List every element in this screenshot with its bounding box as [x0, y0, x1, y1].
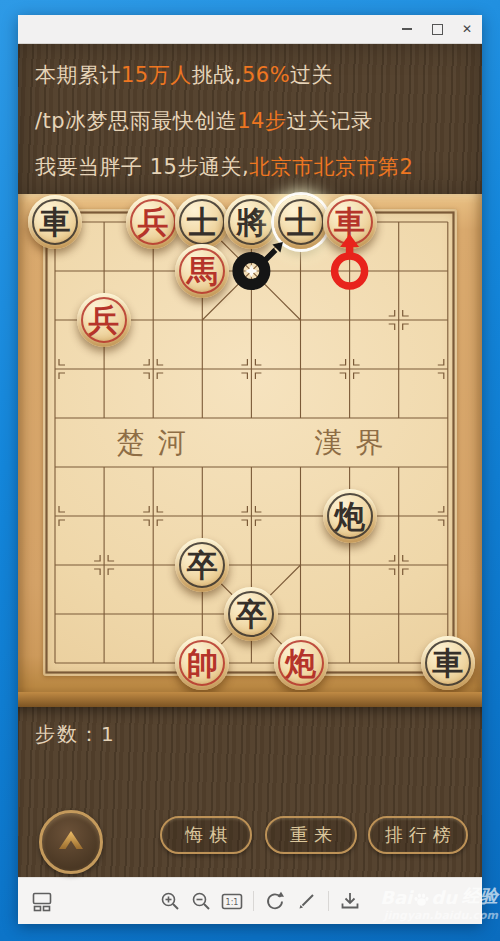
toolbar-divider: [253, 891, 254, 911]
scroll-top-button[interactable]: [39, 810, 103, 874]
svg-text:1:1: 1:1: [226, 898, 239, 907]
chevron-up-icon: [52, 823, 90, 861]
banner-highlight-text: 北京市北京市第2: [249, 155, 413, 179]
actual-size-icon[interactable]: 1:1: [220, 889, 244, 913]
banner-text: 挑战,: [192, 63, 242, 87]
app-window: ✕ 本期累计15万人挑战,56%过关/tp冰梦思雨最快创造14步过关记录我要当胖…: [18, 15, 482, 924]
minimize-button[interactable]: [392, 16, 422, 43]
viewer-toolbar: 1:1: [18, 877, 482, 924]
close-button[interactable]: ✕: [452, 16, 482, 43]
minimize-icon: [402, 28, 412, 30]
banner-highlight-text: 14步: [237, 109, 286, 133]
banner-text: 本期累计: [35, 63, 121, 87]
banner-highlight-text: 56%: [242, 63, 290, 87]
board-bottom-bevel: [18, 692, 482, 707]
red-move-ring: [335, 256, 365, 286]
step-counter-label: 步数：: [35, 722, 101, 746]
banner-line: 本期累计15万人挑战,56%过关: [35, 52, 465, 98]
black-move-origin-marker: [238, 258, 265, 285]
banner-highlight-text: 15万人: [121, 63, 192, 87]
close-icon: ✕: [462, 23, 472, 35]
step-counter-value: 1: [101, 722, 116, 746]
restart-button[interactable]: 重来: [265, 816, 357, 854]
move-annotations: [43, 209, 457, 676]
maximize-icon: [432, 24, 443, 35]
zoom-in-icon[interactable]: [158, 889, 182, 913]
banner-text: 我要当胖子 15步通关,: [35, 155, 249, 179]
window-titlebar: ✕: [18, 15, 482, 44]
zoom-out-icon[interactable]: [189, 889, 213, 913]
banner-text: 过关记录: [286, 109, 372, 133]
controls-row: 悔棋 重来 排行榜: [18, 810, 482, 870]
bottom-panel: 步数：1 悔棋 重来 排行榜: [18, 707, 482, 877]
maximize-button[interactable]: [422, 16, 452, 43]
black-move-arrow: [265, 242, 283, 260]
undo-button[interactable]: 悔棋: [160, 816, 252, 854]
leaderboard-button[interactable]: 排行榜: [368, 816, 468, 854]
workspace-panel-icon[interactable]: [30, 889, 54, 913]
banner-text: 过关: [290, 63, 333, 87]
edit-icon[interactable]: [295, 889, 319, 913]
download-icon[interactable]: [338, 889, 362, 913]
xiangqi-board[interactable]: 楚河 漢界 車兵士將士車馬兵炮卒卒帥炮車: [43, 209, 457, 676]
promo-banner: 本期累计15万人挑战,56%过关/tp冰梦思雨最快创造14步过关记录我要当胖子 …: [18, 44, 482, 194]
step-counter: 步数：1: [35, 721, 116, 748]
red-move-arrow: [340, 234, 359, 254]
banner-text: /tp冰梦思雨最快创造: [35, 109, 237, 133]
toolbar-divider: [328, 891, 329, 911]
board-section: 楚河 漢界 車兵士將士車馬兵炮卒卒帥炮車: [18, 194, 482, 707]
rotate-icon[interactable]: [263, 889, 287, 913]
banner-line: /tp冰梦思雨最快创造14步过关记录: [35, 98, 465, 144]
banner-line: 我要当胖子 15步通关,北京市北京市第2: [35, 144, 465, 190]
